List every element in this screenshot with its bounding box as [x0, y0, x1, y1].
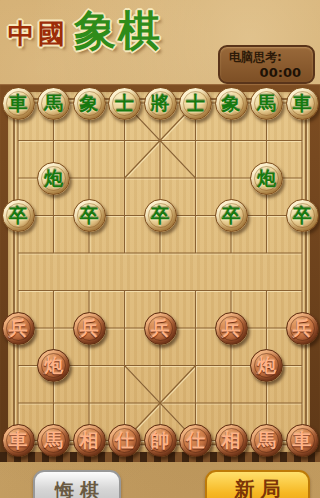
piece-glyph: 馬 [44, 431, 63, 450]
piece-glyph: 卒 [80, 206, 99, 225]
piece-black-chariot[interactable]: 車 [286, 87, 319, 120]
piece-glyph: 炮 [257, 169, 276, 188]
piece-glyph: 車 [293, 94, 312, 113]
piece-red-elephant[interactable]: 相 [73, 424, 106, 457]
piece-black-cannon[interactable]: 炮 [250, 162, 283, 195]
piece-glyph: 炮 [44, 169, 63, 188]
piece-red-chariot[interactable]: 車 [2, 424, 35, 457]
piece-glyph: 馬 [44, 94, 63, 113]
piece-black-soldier[interactable]: 卒 [2, 199, 35, 232]
piece-black-general[interactable]: 將 [144, 87, 177, 120]
piece-glyph: 士 [115, 94, 134, 113]
piece-black-soldier[interactable]: 卒 [73, 199, 106, 232]
piece-glyph: 相 [80, 431, 99, 450]
piece-black-soldier[interactable]: 卒 [215, 199, 248, 232]
piece-red-soldier[interactable]: 兵 [286, 312, 319, 345]
piece-glyph: 卒 [293, 206, 312, 225]
piece-glyph: 將 [151, 94, 170, 113]
computer-think-panel: 电脑思考: 00:00 [218, 45, 315, 84]
piece-glyph: 車 [9, 94, 28, 113]
piece-glyph: 象 [222, 94, 241, 113]
piece-glyph: 兵 [80, 319, 99, 338]
piece-red-cannon[interactable]: 炮 [250, 349, 283, 382]
piece-red-soldier[interactable]: 兵 [215, 312, 248, 345]
piece-glyph: 車 [293, 431, 312, 450]
piece-glyph: 仕 [186, 431, 205, 450]
piece-glyph: 馬 [257, 431, 276, 450]
title-xiangqi: 象棋 [74, 10, 162, 52]
piece-black-advisor[interactable]: 士 [179, 87, 212, 120]
piece-black-soldier[interactable]: 卒 [286, 199, 319, 232]
piece-red-horse[interactable]: 馬 [37, 424, 70, 457]
piece-red-elephant[interactable]: 相 [215, 424, 248, 457]
piece-glyph: 象 [80, 94, 99, 113]
piece-glyph: 兵 [222, 319, 241, 338]
piece-glyph: 馬 [257, 94, 276, 113]
piece-glyph: 兵 [293, 319, 312, 338]
title-zhongguo: 中國 [8, 20, 68, 47]
piece-black-advisor[interactable]: 士 [108, 87, 141, 120]
undo-move-button[interactable]: 悔棋 [33, 470, 121, 498]
piece-red-soldier[interactable]: 兵 [2, 312, 35, 345]
piece-glyph: 卒 [9, 206, 28, 225]
piece-glyph: 卒 [222, 206, 241, 225]
piece-red-advisor[interactable]: 仕 [179, 424, 212, 457]
think-timer: 00:00 [220, 65, 301, 80]
piece-glyph: 士 [186, 94, 205, 113]
piece-glyph: 兵 [151, 319, 170, 338]
app-background: 中國 象棋 电脑思考: 00:00 車馬象士將士象馬車炮炮卒卒卒卒卒兵兵兵兵兵炮… [0, 0, 320, 498]
piece-red-horse[interactable]: 馬 [250, 424, 283, 457]
piece-red-general[interactable]: 帥 [144, 424, 177, 457]
new-game-button[interactable]: 新局 [205, 470, 310, 498]
think-label: 电脑思考: [229, 50, 313, 64]
piece-red-soldier[interactable]: 兵 [144, 312, 177, 345]
app-title: 中國 象棋 [8, 10, 162, 52]
piece-red-chariot[interactable]: 車 [286, 424, 319, 457]
piece-black-elephant[interactable]: 象 [215, 87, 248, 120]
piece-black-soldier[interactable]: 卒 [144, 199, 177, 232]
piece-glyph: 兵 [9, 319, 28, 338]
piece-black-chariot[interactable]: 車 [2, 87, 35, 120]
piece-glyph: 炮 [257, 356, 276, 375]
piece-red-soldier[interactable]: 兵 [73, 312, 106, 345]
piece-glyph: 車 [9, 431, 28, 450]
piece-black-elephant[interactable]: 象 [73, 87, 106, 120]
piece-black-cannon[interactable]: 炮 [37, 162, 70, 195]
piece-glyph: 相 [222, 431, 241, 450]
piece-black-horse[interactable]: 馬 [37, 87, 70, 120]
piece-glyph: 卒 [151, 206, 170, 225]
piece-glyph: 帥 [151, 431, 170, 450]
piece-glyph: 仕 [115, 431, 134, 450]
piece-black-horse[interactable]: 馬 [250, 87, 283, 120]
piece-red-cannon[interactable]: 炮 [37, 349, 70, 382]
piece-red-advisor[interactable]: 仕 [108, 424, 141, 457]
piece-glyph: 炮 [44, 356, 63, 375]
